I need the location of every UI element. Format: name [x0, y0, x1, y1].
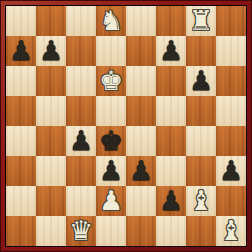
square-g3[interactable]: [186, 156, 216, 186]
square-e6[interactable]: [126, 66, 156, 96]
square-b1[interactable]: [36, 216, 66, 246]
black-pawn: ♟: [126, 156, 156, 186]
square-a7[interactable]: ♟: [6, 36, 36, 66]
square-a5[interactable]: [6, 96, 36, 126]
black-pawn: ♟: [216, 156, 246, 186]
square-e1[interactable]: [126, 216, 156, 246]
square-g1[interactable]: [186, 216, 216, 246]
square-a2[interactable]: [6, 186, 36, 216]
square-h4[interactable]: [216, 126, 246, 156]
square-c5[interactable]: [66, 96, 96, 126]
white-pawn: ♟: [96, 186, 126, 216]
white-bishop: ♝: [216, 216, 246, 246]
square-g2[interactable]: ♝: [186, 186, 216, 216]
white-rook: ♜: [186, 6, 216, 36]
square-g8[interactable]: ♜: [186, 6, 216, 36]
square-f3[interactable]: [156, 156, 186, 186]
square-f5[interactable]: [156, 96, 186, 126]
square-b3[interactable]: [36, 156, 66, 186]
square-a8[interactable]: [6, 6, 36, 36]
square-g4[interactable]: [186, 126, 216, 156]
square-e2[interactable]: [126, 186, 156, 216]
square-d1[interactable]: [96, 216, 126, 246]
square-h5[interactable]: [216, 96, 246, 126]
square-e5[interactable]: [126, 96, 156, 126]
black-pawn: ♟: [6, 36, 36, 66]
square-c7[interactable]: [66, 36, 96, 66]
square-a3[interactable]: [6, 156, 36, 186]
square-g6[interactable]: ♟: [186, 66, 216, 96]
square-c1[interactable]: ♛: [66, 216, 96, 246]
white-knight: ♞: [96, 6, 126, 36]
square-c3[interactable]: [66, 156, 96, 186]
square-a6[interactable]: [6, 66, 36, 96]
square-h1[interactable]: ♝: [216, 216, 246, 246]
square-d2[interactable]: ♟: [96, 186, 126, 216]
chess-board: ♞♜♟♟♟♚♟♟♚♟♟♟♟♟♝♛♝: [6, 6, 246, 246]
square-f2[interactable]: ♟: [156, 186, 186, 216]
square-e7[interactable]: [126, 36, 156, 66]
square-e3[interactable]: ♟: [126, 156, 156, 186]
square-f7[interactable]: ♟: [156, 36, 186, 66]
square-d6[interactable]: ♚: [96, 66, 126, 96]
board-frame: ♞♜♟♟♟♚♟♟♚♟♟♟♟♟♝♛♝: [0, 0, 252, 252]
black-king: ♚: [96, 126, 126, 156]
square-b2[interactable]: [36, 186, 66, 216]
square-d5[interactable]: [96, 96, 126, 126]
black-pawn: ♟: [96, 156, 126, 186]
square-g5[interactable]: [186, 96, 216, 126]
black-pawn: ♟: [66, 126, 96, 156]
square-f4[interactable]: [156, 126, 186, 156]
white-queen: ♛: [66, 216, 96, 246]
square-c6[interactable]: [66, 66, 96, 96]
square-c2[interactable]: [66, 186, 96, 216]
square-d3[interactable]: ♟: [96, 156, 126, 186]
square-d4[interactable]: ♚: [96, 126, 126, 156]
square-b5[interactable]: [36, 96, 66, 126]
white-bishop: ♝: [186, 186, 216, 216]
square-f6[interactable]: [156, 66, 186, 96]
square-h6[interactable]: [216, 66, 246, 96]
square-a1[interactable]: [6, 216, 36, 246]
square-g7[interactable]: [186, 36, 216, 66]
square-h3[interactable]: ♟: [216, 156, 246, 186]
square-b6[interactable]: [36, 66, 66, 96]
square-b7[interactable]: ♟: [36, 36, 66, 66]
square-d8[interactable]: ♞: [96, 6, 126, 36]
chess-diagram: ♞♜♟♟♟♚♟♟♚♟♟♟♟♟♝♛♝: [0, 0, 252, 252]
square-f1[interactable]: [156, 216, 186, 246]
square-c4[interactable]: ♟: [66, 126, 96, 156]
square-b8[interactable]: [36, 6, 66, 36]
square-f8[interactable]: [156, 6, 186, 36]
square-e8[interactable]: [126, 6, 156, 36]
square-h2[interactable]: [216, 186, 246, 216]
square-b4[interactable]: [36, 126, 66, 156]
square-h8[interactable]: [216, 6, 246, 36]
square-h7[interactable]: [216, 36, 246, 66]
black-pawn: ♟: [36, 36, 66, 66]
black-pawn: ♟: [156, 36, 186, 66]
black-pawn: ♟: [186, 66, 216, 96]
square-a4[interactable]: [6, 126, 36, 156]
white-king: ♚: [96, 66, 126, 96]
square-d7[interactable]: [96, 36, 126, 66]
square-c8[interactable]: [66, 6, 96, 36]
black-pawn: ♟: [156, 186, 186, 216]
square-e4[interactable]: [126, 126, 156, 156]
